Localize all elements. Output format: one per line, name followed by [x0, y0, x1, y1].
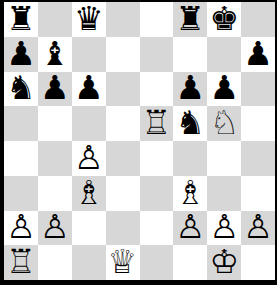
square-d7[interactable] — [106, 37, 140, 72]
square-g1[interactable]: ♔ — [207, 245, 241, 280]
black-bishop-icon: ♝ — [40, 37, 70, 70]
white-rook-icon: ♖ — [142, 106, 172, 139]
square-c1[interactable] — [72, 245, 106, 280]
square-a2[interactable]: ♙ — [4, 211, 38, 246]
white-rook-icon: ♖ — [6, 245, 36, 278]
square-h3[interactable] — [241, 176, 275, 211]
black-pawn-icon: ♟ — [243, 37, 273, 70]
black-pawn-icon: ♟ — [209, 72, 239, 105]
white-pawn-icon: ♙ — [6, 211, 36, 244]
square-c8[interactable]: ♛ — [72, 2, 106, 37]
black-pawn-icon: ♟ — [74, 72, 104, 105]
white-knight-icon: ♘ — [209, 106, 239, 139]
chess-board-frame: ♜♛♜♚♟♝♟♞♟♟♟♟♖♞♘♙♗♗♙♙♙♙♙♖♕♔ — [0, 0, 277, 285]
square-e6[interactable] — [140, 72, 174, 107]
square-b5[interactable] — [38, 106, 72, 141]
square-b6[interactable]: ♟ — [38, 72, 72, 107]
black-rook-icon: ♜ — [6, 2, 36, 35]
chess-board: ♜♛♜♚♟♝♟♞♟♟♟♟♖♞♘♙♗♗♙♙♙♙♙♖♕♔ — [4, 2, 275, 280]
square-c6[interactable]: ♟ — [72, 72, 106, 107]
black-knight-icon: ♞ — [176, 106, 206, 139]
square-a6[interactable]: ♞ — [4, 72, 38, 107]
square-h7[interactable]: ♟ — [241, 37, 275, 72]
white-pawn-icon: ♙ — [74, 141, 104, 174]
square-e3[interactable] — [140, 176, 174, 211]
square-a8[interactable]: ♜ — [4, 2, 38, 37]
square-h8[interactable] — [241, 2, 275, 37]
black-king-icon: ♚ — [209, 2, 239, 35]
square-e7[interactable] — [140, 37, 174, 72]
square-g4[interactable] — [207, 141, 241, 176]
square-d8[interactable] — [106, 2, 140, 37]
square-g5[interactable]: ♘ — [207, 106, 241, 141]
black-rook-icon: ♜ — [176, 2, 206, 35]
square-a1[interactable]: ♖ — [4, 245, 38, 280]
black-pawn-icon: ♟ — [40, 72, 70, 105]
square-c4[interactable]: ♙ — [72, 141, 106, 176]
square-h4[interactable] — [241, 141, 275, 176]
white-pawn-icon: ♙ — [243, 211, 273, 244]
square-a4[interactable] — [4, 141, 38, 176]
square-f2[interactable]: ♙ — [173, 211, 207, 246]
square-g8[interactable]: ♚ — [207, 2, 241, 37]
square-f7[interactable] — [173, 37, 207, 72]
square-e1[interactable] — [140, 245, 174, 280]
square-e4[interactable] — [140, 141, 174, 176]
square-e5[interactable]: ♖ — [140, 106, 174, 141]
square-g7[interactable] — [207, 37, 241, 72]
square-a5[interactable] — [4, 106, 38, 141]
square-b2[interactable]: ♙ — [38, 211, 72, 246]
black-knight-icon: ♞ — [6, 72, 36, 105]
square-h5[interactable] — [241, 106, 275, 141]
square-d1[interactable]: ♕ — [106, 245, 140, 280]
square-b1[interactable] — [38, 245, 72, 280]
square-d2[interactable] — [106, 211, 140, 246]
white-pawn-icon: ♙ — [176, 211, 206, 244]
square-h6[interactable] — [241, 72, 275, 107]
square-b8[interactable] — [38, 2, 72, 37]
square-d5[interactable] — [106, 106, 140, 141]
square-f1[interactable] — [173, 245, 207, 280]
white-bishop-icon: ♗ — [74, 176, 104, 209]
black-pawn-icon: ♟ — [6, 37, 36, 70]
square-b7[interactable]: ♝ — [38, 37, 72, 72]
square-f6[interactable]: ♟ — [173, 72, 207, 107]
square-f3[interactable]: ♗ — [173, 176, 207, 211]
black-queen-icon: ♛ — [74, 2, 104, 35]
square-g3[interactable] — [207, 176, 241, 211]
square-f5[interactable]: ♞ — [173, 106, 207, 141]
square-d3[interactable] — [106, 176, 140, 211]
square-a7[interactable]: ♟ — [4, 37, 38, 72]
square-c5[interactable] — [72, 106, 106, 141]
square-e8[interactable] — [140, 2, 174, 37]
white-queen-icon: ♕ — [108, 245, 138, 278]
white-pawn-icon: ♙ — [40, 211, 70, 244]
square-b4[interactable] — [38, 141, 72, 176]
square-d6[interactable] — [106, 72, 140, 107]
black-pawn-icon: ♟ — [176, 72, 206, 105]
square-g2[interactable]: ♙ — [207, 211, 241, 246]
square-c7[interactable] — [72, 37, 106, 72]
square-e2[interactable] — [140, 211, 174, 246]
white-king-icon: ♔ — [209, 245, 239, 278]
square-c2[interactable] — [72, 211, 106, 246]
square-h2[interactable]: ♙ — [241, 211, 275, 246]
white-pawn-icon: ♙ — [209, 211, 239, 244]
square-c3[interactable]: ♗ — [72, 176, 106, 211]
square-g6[interactable]: ♟ — [207, 72, 241, 107]
white-bishop-icon: ♗ — [176, 176, 206, 209]
square-f8[interactable]: ♜ — [173, 2, 207, 37]
square-a3[interactable] — [4, 176, 38, 211]
square-b3[interactable] — [38, 176, 72, 211]
square-h1[interactable] — [241, 245, 275, 280]
square-f4[interactable] — [173, 141, 207, 176]
square-d4[interactable] — [106, 141, 140, 176]
